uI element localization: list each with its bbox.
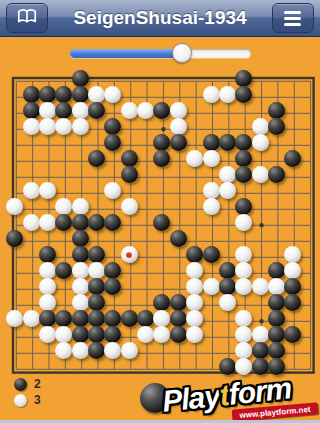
capture-legend: 2 3	[14, 376, 41, 408]
stone-black	[170, 230, 187, 247]
black-captures-row: 2	[14, 376, 41, 392]
stone-white	[252, 166, 269, 183]
stone-white	[72, 294, 89, 311]
stone-white	[203, 182, 220, 199]
stone-white	[252, 278, 269, 295]
stone-white	[72, 102, 89, 119]
app-screen: SeigenShusai-1934 2 3 Playtform www.play…	[0, 0, 320, 423]
stone-black	[121, 166, 138, 183]
stone-white	[252, 118, 269, 135]
black-stone-icon	[14, 378, 27, 391]
stone-white	[72, 198, 89, 215]
white-captures-row: 3	[14, 392, 41, 408]
stone-black	[72, 230, 89, 247]
stone-white	[252, 134, 269, 151]
stone-white	[72, 278, 89, 295]
stone-white	[23, 118, 40, 135]
stone-black	[203, 246, 220, 263]
stone-white	[23, 182, 40, 199]
stone-white	[170, 102, 187, 119]
stone-white	[121, 102, 138, 119]
stone-black	[72, 70, 89, 87]
stone-black	[23, 102, 40, 119]
stone-white	[23, 310, 40, 327]
stone-white	[252, 326, 269, 343]
stone-white	[72, 342, 89, 359]
stone-black	[170, 294, 187, 311]
stone-black	[72, 86, 89, 103]
stone-white	[203, 198, 220, 215]
stone-black	[170, 326, 187, 343]
stone-black	[72, 246, 89, 263]
stone-black	[72, 310, 89, 327]
stone-white	[121, 342, 138, 359]
white-captures-count: 3	[34, 393, 41, 407]
stone-black	[72, 326, 89, 343]
stone-white	[72, 262, 89, 279]
stone-black	[170, 310, 187, 327]
stone-white	[203, 278, 220, 295]
stone-black	[23, 86, 40, 103]
stone-black	[72, 214, 89, 231]
stone-black	[203, 134, 220, 151]
stone-black	[121, 150, 138, 167]
stone-white	[121, 198, 138, 215]
white-stone-icon	[14, 394, 27, 407]
stone-white	[170, 118, 187, 135]
stone-black	[252, 342, 269, 359]
stone-black	[121, 310, 138, 327]
stone-white	[203, 86, 220, 103]
stone-white	[72, 118, 89, 135]
stone-black	[170, 134, 187, 151]
stone-white	[23, 214, 40, 231]
black-captures-count: 2	[34, 377, 41, 391]
stone-white	[203, 150, 220, 167]
